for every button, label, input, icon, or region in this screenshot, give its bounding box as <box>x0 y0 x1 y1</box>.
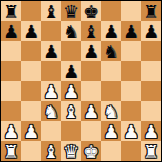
square-h2[interactable]: ♟ <box>141 121 161 141</box>
square-e4[interactable] <box>81 81 101 101</box>
square-f3[interactable]: ♞ <box>101 101 121 121</box>
black-pawn: ♟ <box>63 62 79 82</box>
square-e1[interactable]: ♚ <box>81 141 101 161</box>
square-a6[interactable] <box>1 41 21 61</box>
black-rook: ♜ <box>143 2 159 22</box>
square-d3[interactable]: ♝ <box>61 101 81 121</box>
square-c6[interactable]: ♟ <box>41 41 61 61</box>
square-b8[interactable] <box>21 1 41 21</box>
square-h7[interactable]: ♟ <box>141 21 161 41</box>
square-d6[interactable] <box>61 41 81 61</box>
white-bishop: ♝ <box>63 102 79 122</box>
square-b7[interactable]: ♟ <box>21 21 41 41</box>
square-c1[interactable]: ♝ <box>41 141 61 161</box>
square-e7[interactable]: ♝ <box>81 21 101 41</box>
square-g2[interactable]: ♟ <box>121 121 141 141</box>
black-pawn: ♟ <box>83 42 99 62</box>
square-a4[interactable] <box>1 81 21 101</box>
square-b4[interactable] <box>21 81 41 101</box>
square-c4[interactable]: ♟ <box>41 81 61 101</box>
square-g1[interactable] <box>121 141 141 161</box>
square-g8[interactable] <box>121 1 141 21</box>
square-g7[interactable]: ♟ <box>121 21 141 41</box>
square-h4[interactable] <box>141 81 161 101</box>
square-e8[interactable]: ♚ <box>81 1 101 21</box>
square-f7[interactable]: ♟ <box>101 21 121 41</box>
white-pawn: ♟ <box>103 122 119 142</box>
chess-board: ♜♝♛♚♜♟♟♞♝♟♟♟♟♟♞♟♟♟♞♝♟♞♟♟♟♟♟♜♝♛♚♜ <box>0 0 162 162</box>
square-c3[interactable]: ♞ <box>41 101 61 121</box>
square-b6[interactable] <box>21 41 41 61</box>
square-c2[interactable] <box>41 121 61 141</box>
square-c7[interactable] <box>41 21 61 41</box>
square-d7[interactable]: ♞ <box>61 21 81 41</box>
white-pawn: ♟ <box>123 122 139 142</box>
black-bishop: ♝ <box>83 22 99 42</box>
square-h6[interactable] <box>141 41 161 61</box>
square-c5[interactable] <box>41 61 61 81</box>
black-king: ♚ <box>83 2 99 22</box>
square-g6[interactable] <box>121 41 141 61</box>
black-rook: ♜ <box>3 2 19 22</box>
white-pawn: ♟ <box>63 82 79 102</box>
white-pawn: ♟ <box>83 102 99 122</box>
square-d4[interactable]: ♟ <box>61 81 81 101</box>
white-king: ♚ <box>83 142 99 162</box>
square-a1[interactable]: ♜ <box>1 141 21 161</box>
white-rook: ♜ <box>3 142 19 162</box>
square-g5[interactable] <box>121 61 141 81</box>
black-pawn: ♟ <box>123 22 139 42</box>
white-knight: ♞ <box>103 102 119 122</box>
white-pawn: ♟ <box>23 122 39 142</box>
square-a2[interactable]: ♟ <box>1 121 21 141</box>
white-knight: ♞ <box>43 102 59 122</box>
white-pawn: ♟ <box>3 122 19 142</box>
square-f5[interactable] <box>101 61 121 81</box>
square-g4[interactable] <box>121 81 141 101</box>
black-knight: ♞ <box>63 22 79 42</box>
square-b1[interactable] <box>21 141 41 161</box>
square-a8[interactable]: ♜ <box>1 1 21 21</box>
square-h3[interactable] <box>141 101 161 121</box>
square-e2[interactable] <box>81 121 101 141</box>
black-pawn: ♟ <box>143 22 159 42</box>
square-e6[interactable]: ♟ <box>81 41 101 61</box>
square-f4[interactable] <box>101 81 121 101</box>
black-bishop: ♝ <box>43 2 59 22</box>
square-e5[interactable] <box>81 61 101 81</box>
black-pawn: ♟ <box>23 22 39 42</box>
square-d8[interactable]: ♛ <box>61 1 81 21</box>
square-h5[interactable] <box>141 61 161 81</box>
square-f1[interactable] <box>101 141 121 161</box>
square-h1[interactable]: ♜ <box>141 141 161 161</box>
square-d2[interactable] <box>61 121 81 141</box>
white-bishop: ♝ <box>43 142 59 162</box>
square-a3[interactable] <box>1 101 21 121</box>
square-a7[interactable]: ♟ <box>1 21 21 41</box>
white-pawn: ♟ <box>43 82 59 102</box>
black-knight: ♞ <box>103 42 119 62</box>
black-pawn: ♟ <box>103 22 119 42</box>
white-pawn: ♟ <box>143 122 159 142</box>
black-queen: ♛ <box>63 2 79 22</box>
square-d1[interactable]: ♛ <box>61 141 81 161</box>
square-d5[interactable]: ♟ <box>61 61 81 81</box>
black-pawn: ♟ <box>43 42 59 62</box>
square-e3[interactable]: ♟ <box>81 101 101 121</box>
square-h8[interactable]: ♜ <box>141 1 161 21</box>
white-rook: ♜ <box>143 142 159 162</box>
white-queen: ♛ <box>63 142 79 162</box>
square-b3[interactable] <box>21 101 41 121</box>
square-f6[interactable]: ♞ <box>101 41 121 61</box>
square-b5[interactable] <box>21 61 41 81</box>
square-c8[interactable]: ♝ <box>41 1 61 21</box>
black-pawn: ♟ <box>3 22 19 42</box>
square-f2[interactable]: ♟ <box>101 121 121 141</box>
square-f8[interactable] <box>101 1 121 21</box>
square-g3[interactable] <box>121 101 141 121</box>
square-a5[interactable] <box>1 61 21 81</box>
square-b2[interactable]: ♟ <box>21 121 41 141</box>
